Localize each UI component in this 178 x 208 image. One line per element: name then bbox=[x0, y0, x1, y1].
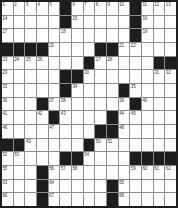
clue-number: 38 bbox=[61, 98, 66, 103]
grid-cell[interactable] bbox=[60, 180, 71, 193]
clue-number: 45 bbox=[131, 111, 136, 116]
grid-cell[interactable]: 7 bbox=[84, 2, 95, 15]
grid-cell[interactable] bbox=[165, 180, 176, 193]
black-cell bbox=[130, 16, 141, 29]
clue-number: 50 bbox=[96, 139, 101, 144]
grid-cell[interactable] bbox=[165, 84, 176, 97]
clue-number: 53 bbox=[14, 152, 19, 157]
grid-cell[interactable] bbox=[130, 193, 141, 206]
clue-number: 66 bbox=[3, 193, 8, 198]
grid-cell[interactable] bbox=[49, 139, 60, 152]
grid-cell[interactable] bbox=[165, 125, 176, 138]
clue-number: 25 bbox=[26, 57, 31, 62]
grid-cell[interactable]: 20 bbox=[49, 43, 60, 56]
grid-cell[interactable] bbox=[14, 125, 25, 138]
grid-cell[interactable]: 49 bbox=[25, 139, 36, 152]
clue-number: 64 bbox=[49, 180, 54, 185]
grid-cell[interactable] bbox=[25, 29, 36, 42]
clue-number: 9 bbox=[108, 2, 110, 7]
grid-cell[interactable]: 25 bbox=[25, 57, 36, 70]
grid-cell[interactable]: 28 bbox=[107, 57, 118, 70]
black-cell bbox=[60, 70, 71, 83]
grid-cell[interactable] bbox=[119, 57, 130, 70]
black-cell bbox=[84, 139, 95, 152]
clue-number: 27 bbox=[96, 57, 101, 62]
clue-number: 28 bbox=[108, 57, 113, 62]
grid-cell[interactable]: 51 bbox=[107, 139, 118, 152]
grid-cell[interactable]: 56 bbox=[49, 166, 60, 179]
grid-cell[interactable] bbox=[14, 111, 25, 124]
grid-cell[interactable] bbox=[49, 152, 60, 165]
grid-cell[interactable] bbox=[154, 193, 165, 206]
grid-cell[interactable]: 18 bbox=[60, 29, 71, 42]
grid-cell[interactable] bbox=[60, 125, 71, 138]
grid-cell[interactable]: 8 bbox=[95, 2, 106, 15]
black-cell bbox=[60, 152, 71, 165]
clue-number: 46 bbox=[3, 125, 8, 130]
grid-cell[interactable] bbox=[165, 43, 176, 56]
grid-cell[interactable]: 50 bbox=[95, 139, 106, 152]
grid-cell[interactable]: 65 bbox=[119, 180, 130, 193]
grid-cell[interactable]: 44 bbox=[119, 111, 130, 124]
clue-number: 23 bbox=[3, 57, 8, 62]
grid-cell[interactable] bbox=[14, 70, 25, 83]
grid-cell[interactable] bbox=[142, 125, 153, 138]
clue-number: 7 bbox=[84, 2, 86, 7]
clue-number: 4 bbox=[38, 2, 40, 7]
grid-cell[interactable] bbox=[154, 180, 165, 193]
grid-cell[interactable] bbox=[60, 43, 71, 56]
grid-cell[interactable]: 47 bbox=[49, 125, 60, 138]
grid-cell[interactable] bbox=[60, 57, 71, 70]
grid-cell[interactable]: 60 bbox=[142, 166, 153, 179]
grid-cell[interactable] bbox=[95, 16, 106, 29]
grid-cell[interactable] bbox=[165, 29, 176, 42]
clue-number: 5 bbox=[49, 2, 51, 7]
grid-cell[interactable] bbox=[60, 139, 71, 152]
black-cell bbox=[2, 43, 13, 56]
black-cell bbox=[60, 16, 71, 29]
grid-cell[interactable] bbox=[72, 139, 83, 152]
grid-cell[interactable] bbox=[119, 139, 130, 152]
grid-cell[interactable] bbox=[84, 84, 95, 97]
grid-cell[interactable]: 42 bbox=[37, 111, 48, 124]
clue-number: 21 bbox=[119, 43, 124, 48]
grid-cell[interactable]: 34 bbox=[72, 84, 83, 97]
black-cell bbox=[154, 57, 165, 70]
grid-cell[interactable] bbox=[154, 16, 165, 29]
grid-cell[interactable] bbox=[72, 98, 83, 111]
grid-cell[interactable]: 43 bbox=[60, 111, 71, 124]
black-cell bbox=[154, 152, 165, 165]
clue-number: 56 bbox=[49, 166, 54, 171]
grid-cell[interactable]: 31 bbox=[154, 70, 165, 83]
black-cell bbox=[14, 139, 25, 152]
grid-cell[interactable] bbox=[49, 29, 60, 42]
grid-cell[interactable]: 35 bbox=[130, 84, 141, 97]
clue-number: 31 bbox=[154, 70, 159, 75]
grid-cell[interactable]: 9 bbox=[107, 2, 118, 15]
black-cell bbox=[2, 139, 13, 152]
black-cell bbox=[37, 43, 48, 56]
clue-number: 65 bbox=[119, 180, 124, 185]
black-cell bbox=[60, 2, 71, 15]
grid-cell[interactable] bbox=[60, 193, 71, 206]
grid-cell[interactable] bbox=[95, 180, 106, 193]
clue-number: 52 bbox=[3, 152, 8, 157]
grid-cell[interactable] bbox=[14, 166, 25, 179]
black-cell bbox=[107, 43, 118, 56]
grid-cell[interactable] bbox=[49, 16, 60, 29]
clue-number: 8 bbox=[96, 2, 98, 7]
clue-number: 42 bbox=[38, 111, 43, 116]
grid-cell[interactable] bbox=[95, 193, 106, 206]
grid-cell[interactable] bbox=[107, 166, 118, 179]
clue-number: 61 bbox=[154, 166, 159, 171]
grid-cell[interactable] bbox=[72, 125, 83, 138]
grid-cell[interactable] bbox=[84, 98, 95, 111]
grid-cell[interactable] bbox=[72, 111, 83, 124]
grid-cell[interactable] bbox=[119, 70, 130, 83]
clue-number: 12 bbox=[154, 2, 159, 7]
grid-cell[interactable]: 27 bbox=[95, 57, 106, 70]
clue-number: 47 bbox=[49, 125, 54, 130]
clue-number: 54 bbox=[84, 152, 89, 157]
grid-cell[interactable] bbox=[84, 16, 95, 29]
black-cell bbox=[107, 193, 118, 206]
clue-number: 3 bbox=[26, 2, 28, 7]
grid-cell[interactable] bbox=[37, 152, 48, 165]
grid-cell[interactable] bbox=[37, 29, 48, 42]
grid-cell[interactable] bbox=[165, 193, 176, 206]
black-cell bbox=[49, 111, 60, 124]
clue-number: 39 bbox=[119, 98, 124, 103]
clue-number: 29 bbox=[3, 70, 8, 75]
grid-cell[interactable] bbox=[142, 70, 153, 83]
grid-cell[interactable] bbox=[154, 84, 165, 97]
grid-cell[interactable] bbox=[142, 84, 153, 97]
grid-cell[interactable]: 29 bbox=[2, 70, 13, 83]
grid-cell[interactable] bbox=[14, 98, 25, 111]
grid-cell[interactable] bbox=[165, 139, 176, 152]
grid-cell[interactable] bbox=[25, 16, 36, 29]
grid-cell[interactable] bbox=[37, 139, 48, 152]
grid-cell[interactable] bbox=[95, 166, 106, 179]
grid-cell[interactable] bbox=[107, 16, 118, 29]
grid-cell[interactable] bbox=[84, 166, 95, 179]
grid-cell[interactable] bbox=[119, 29, 130, 42]
grid-cell[interactable]: 32 bbox=[165, 70, 176, 83]
clue-number: 26 bbox=[38, 57, 43, 62]
clue-number: 67 bbox=[49, 193, 54, 198]
clue-number: 17 bbox=[3, 29, 8, 34]
grid-cell[interactable]: 39 bbox=[119, 98, 130, 111]
grid-cell[interactable] bbox=[14, 180, 25, 193]
black-cell bbox=[165, 57, 176, 70]
clue-number: 55 bbox=[3, 166, 8, 171]
grid-cell[interactable] bbox=[49, 57, 60, 70]
grid-cell[interactable] bbox=[95, 152, 106, 165]
grid-cell[interactable] bbox=[25, 98, 36, 111]
clue-number: 30 bbox=[84, 70, 89, 75]
grid-cell[interactable]: 61 bbox=[154, 166, 165, 179]
black-cell bbox=[95, 43, 106, 56]
grid-cell[interactable] bbox=[25, 125, 36, 138]
grid-cell[interactable]: 58 bbox=[72, 166, 83, 179]
grid-cell[interactable]: 16 bbox=[142, 16, 153, 29]
grid-cell[interactable] bbox=[154, 139, 165, 152]
grid-cell[interactable] bbox=[14, 193, 25, 206]
grid-cell[interactable] bbox=[37, 70, 48, 83]
grid-cell[interactable] bbox=[130, 180, 141, 193]
grid-cell[interactable] bbox=[107, 98, 118, 111]
grid-cell[interactable] bbox=[154, 111, 165, 124]
grid-cell[interactable] bbox=[165, 16, 176, 29]
grid-cell[interactable]: 59 bbox=[130, 166, 141, 179]
grid-cell[interactable] bbox=[142, 111, 153, 124]
grid-cell[interactable] bbox=[142, 57, 153, 70]
black-cell bbox=[130, 152, 141, 165]
grid-cell[interactable]: 48 bbox=[119, 125, 130, 138]
grid-cell[interactable] bbox=[25, 70, 36, 83]
grid-cell[interactable] bbox=[14, 16, 25, 29]
grid-cell[interactable]: 22 bbox=[130, 43, 141, 56]
grid-cell[interactable] bbox=[37, 16, 48, 29]
grid-cell[interactable]: 14 bbox=[2, 16, 13, 29]
grid-cell[interactable]: 33 bbox=[2, 84, 13, 97]
clue-number: 15 bbox=[73, 16, 78, 21]
grid-cell[interactable]: 13 bbox=[165, 2, 176, 15]
grid-cell[interactable]: 4 bbox=[37, 2, 48, 15]
grid-cell[interactable]: 3 bbox=[25, 2, 36, 15]
grid-cell[interactable] bbox=[130, 139, 141, 152]
grid-cell[interactable] bbox=[95, 98, 106, 111]
grid-cell[interactable] bbox=[154, 98, 165, 111]
grid-cell[interactable] bbox=[142, 43, 153, 56]
clue-number: 68 bbox=[119, 193, 124, 198]
clue-number: 40 bbox=[143, 98, 148, 103]
grid-cell[interactable] bbox=[14, 84, 25, 97]
clue-number: 43 bbox=[61, 111, 66, 116]
grid-cell[interactable] bbox=[119, 152, 130, 165]
black-cell bbox=[130, 29, 141, 42]
grid-cell[interactable] bbox=[37, 84, 48, 97]
clue-number: 6 bbox=[73, 2, 75, 7]
clue-number: 35 bbox=[131, 84, 136, 89]
grid-cell[interactable] bbox=[37, 125, 48, 138]
clue-number: 60 bbox=[143, 166, 148, 171]
grid-cell[interactable]: 67 bbox=[49, 193, 60, 206]
grid-cell[interactable] bbox=[119, 16, 130, 29]
grid-cell[interactable]: 55 bbox=[2, 166, 13, 179]
grid-cell[interactable] bbox=[72, 43, 83, 56]
clue-number: 19 bbox=[143, 29, 148, 34]
clue-number: 37 bbox=[49, 98, 54, 103]
grid-cell[interactable] bbox=[25, 180, 36, 193]
grid-cell[interactable] bbox=[165, 111, 176, 124]
grid-cell[interactable] bbox=[154, 43, 165, 56]
grid-cell[interactable]: 1 bbox=[2, 2, 13, 15]
grid-cell[interactable] bbox=[25, 193, 36, 206]
grid-cell[interactable]: 19 bbox=[142, 29, 153, 42]
black-cell bbox=[107, 111, 118, 124]
grid-cell[interactable]: 6 bbox=[72, 2, 83, 15]
crossword-board: 1234567891011121314151617181920212223242… bbox=[0, 0, 178, 208]
grid-cell[interactable] bbox=[84, 43, 95, 56]
grid-cell[interactable] bbox=[84, 193, 95, 206]
clue-number: 2 bbox=[14, 2, 16, 7]
grid-cell[interactable]: 40 bbox=[142, 98, 153, 111]
grid-cell[interactable] bbox=[142, 180, 153, 193]
grid-cell[interactable]: 62 bbox=[165, 166, 176, 179]
grid-cell[interactable]: 53 bbox=[14, 152, 25, 165]
black-cell bbox=[165, 152, 176, 165]
clue-number: 32 bbox=[166, 70, 171, 75]
black-cell bbox=[130, 2, 141, 15]
grid-cell[interactable]: 66 bbox=[2, 193, 13, 206]
grid-cell[interactable] bbox=[72, 180, 83, 193]
black-cell bbox=[37, 180, 48, 193]
clue-number: 13 bbox=[166, 2, 171, 7]
clue-number: 22 bbox=[131, 43, 136, 48]
grid-cell[interactable]: 21 bbox=[119, 43, 130, 56]
grid-cell[interactable] bbox=[130, 70, 141, 83]
black-cell bbox=[72, 70, 83, 83]
grid-cell[interactable] bbox=[25, 152, 36, 165]
black-cell bbox=[142, 152, 153, 165]
grid-cell[interactable]: 17 bbox=[2, 29, 13, 42]
grid-cell[interactable]: 2 bbox=[14, 2, 25, 15]
grid-cell[interactable]: 23 bbox=[2, 57, 13, 70]
grid-cell[interactable] bbox=[107, 70, 118, 83]
grid-cell[interactable] bbox=[84, 125, 95, 138]
grid-cell[interactable]: 54 bbox=[84, 152, 95, 165]
black-cell bbox=[37, 193, 48, 206]
grid-cell[interactable]: 45 bbox=[130, 111, 141, 124]
clue-number: 63 bbox=[3, 180, 8, 185]
black-cell bbox=[84, 57, 95, 70]
grid-cell[interactable] bbox=[84, 180, 95, 193]
grid-cell[interactable]: 11 bbox=[142, 2, 153, 15]
black-cell bbox=[14, 43, 25, 56]
grid-cell[interactable] bbox=[107, 29, 118, 42]
clue-number: 16 bbox=[143, 16, 148, 21]
black-cell bbox=[95, 125, 106, 138]
grid-cell[interactable]: 41 bbox=[2, 111, 13, 124]
black-cell bbox=[25, 43, 36, 56]
grid-cell[interactable]: 24 bbox=[14, 57, 25, 70]
crossword-grid: 1234567891011121314151617181920212223242… bbox=[0, 0, 178, 208]
grid-cell[interactable] bbox=[119, 166, 130, 179]
grid-cell[interactable]: 63 bbox=[2, 180, 13, 193]
black-cell bbox=[107, 180, 118, 193]
grid-cell[interactable]: 10 bbox=[119, 2, 130, 15]
black-cell bbox=[37, 166, 48, 179]
grid-cell[interactable]: 38 bbox=[60, 98, 71, 111]
grid-cell[interactable] bbox=[107, 84, 118, 97]
grid-cell[interactable]: 52 bbox=[2, 152, 13, 165]
grid-cell[interactable]: 57 bbox=[60, 166, 71, 179]
black-cell bbox=[72, 152, 83, 165]
grid-cell[interactable]: 36 bbox=[2, 98, 13, 111]
grid-cell[interactable] bbox=[49, 70, 60, 83]
grid-cell[interactable] bbox=[130, 57, 141, 70]
grid-cell[interactable] bbox=[84, 29, 95, 42]
clue-number: 1 bbox=[3, 2, 5, 7]
grid-cell[interactable]: 26 bbox=[37, 57, 48, 70]
grid-cell[interactable]: 68 bbox=[119, 193, 130, 206]
grid-cell[interactable]: 12 bbox=[154, 2, 165, 15]
clue-number: 57 bbox=[61, 166, 66, 171]
grid-cell[interactable] bbox=[14, 29, 25, 42]
black-cell bbox=[119, 84, 130, 97]
grid-cell[interactable] bbox=[25, 84, 36, 97]
clue-number: 48 bbox=[119, 125, 124, 130]
grid-cell[interactable] bbox=[130, 125, 141, 138]
grid-cell[interactable]: 64 bbox=[49, 180, 60, 193]
grid-cell[interactable] bbox=[25, 166, 36, 179]
grid-cell[interactable] bbox=[142, 193, 153, 206]
grid-cell[interactable]: 5 bbox=[49, 2, 60, 15]
clue-number: 41 bbox=[3, 111, 8, 116]
grid-cell[interactable]: 30 bbox=[84, 70, 95, 83]
grid-cell[interactable] bbox=[95, 29, 106, 42]
clue-number: 51 bbox=[108, 139, 113, 144]
grid-cell[interactable] bbox=[154, 125, 165, 138]
black-cell bbox=[60, 84, 71, 97]
clue-number: 62 bbox=[166, 166, 171, 171]
grid-cell[interactable] bbox=[72, 57, 83, 70]
grid-cell[interactable] bbox=[72, 193, 83, 206]
clue-number: 24 bbox=[14, 57, 19, 62]
clue-number: 11 bbox=[143, 2, 147, 7]
clue-number: 20 bbox=[49, 43, 54, 48]
clue-number: 14 bbox=[3, 16, 8, 21]
grid-cell[interactable] bbox=[165, 98, 176, 111]
grid-cell[interactable] bbox=[154, 29, 165, 42]
grid-cell[interactable]: 37 bbox=[49, 98, 60, 111]
grid-cell[interactable] bbox=[95, 84, 106, 97]
grid-cell[interactable]: 15 bbox=[72, 16, 83, 29]
black-cell bbox=[37, 98, 48, 111]
clue-number: 59 bbox=[131, 166, 136, 171]
clue-number: 33 bbox=[3, 84, 8, 89]
clue-number: 36 bbox=[3, 98, 8, 103]
clue-number: 18 bbox=[61, 29, 66, 34]
grid-cell[interactable] bbox=[95, 111, 106, 124]
clue-number: 49 bbox=[26, 139, 31, 144]
grid-cell[interactable] bbox=[142, 139, 153, 152]
grid-cell[interactable] bbox=[25, 111, 36, 124]
clue-number: 10 bbox=[119, 2, 124, 7]
grid-cell[interactable] bbox=[49, 84, 60, 97]
clue-number: 58 bbox=[73, 166, 78, 171]
grid-cell[interactable] bbox=[84, 111, 95, 124]
grid-cell[interactable] bbox=[72, 29, 83, 42]
grid-cell[interactable] bbox=[107, 152, 118, 165]
clue-number: 34 bbox=[73, 84, 78, 89]
grid-cell[interactable] bbox=[95, 70, 106, 83]
black-cell bbox=[130, 98, 141, 111]
black-cell bbox=[107, 125, 118, 138]
grid-cell[interactable]: 46 bbox=[2, 125, 13, 138]
clue-number: 44 bbox=[119, 111, 124, 116]
